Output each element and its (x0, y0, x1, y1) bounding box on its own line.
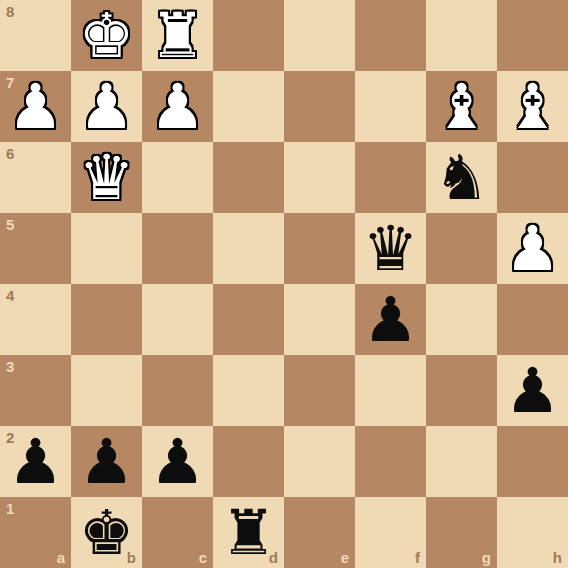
square-h7[interactable]: ♝ (497, 71, 568, 142)
file-label-a: a (57, 549, 65, 566)
square-f5[interactable]: ♛ (355, 213, 426, 284)
square-d8[interactable] (213, 0, 284, 71)
square-c5[interactable] (142, 213, 213, 284)
square-f2[interactable] (355, 426, 426, 497)
square-h4[interactable] (497, 284, 568, 355)
square-h2[interactable] (497, 426, 568, 497)
rank-label-4: 4 (6, 287, 14, 304)
square-h5[interactable]: ♟ (497, 213, 568, 284)
square-a8[interactable]: 8 (0, 0, 71, 71)
white-pawn[interactable]: ♟ (142, 71, 213, 142)
white-pawn[interactable]: ♟ (71, 71, 142, 142)
file-label-g: g (482, 549, 491, 566)
black-pawn[interactable]: ♟ (355, 284, 426, 355)
square-a2[interactable]: 2♟ (0, 426, 71, 497)
white-queen[interactable]: ♛ (71, 142, 142, 213)
rank-label-5: 5 (6, 216, 14, 233)
rank-label-3: 3 (6, 358, 14, 375)
square-e2[interactable] (284, 426, 355, 497)
square-d1[interactable]: d♜ (213, 497, 284, 568)
square-h3[interactable]: ♟ (497, 355, 568, 426)
square-a1[interactable]: 1a (0, 497, 71, 568)
square-a5[interactable]: 5 (0, 213, 71, 284)
square-b7[interactable]: ♟ (71, 71, 142, 142)
square-b6[interactable]: ♛ (71, 142, 142, 213)
file-label-f: f (415, 549, 420, 566)
square-e4[interactable] (284, 284, 355, 355)
square-c6[interactable] (142, 142, 213, 213)
square-f8[interactable] (355, 0, 426, 71)
square-c4[interactable] (142, 284, 213, 355)
square-h6[interactable] (497, 142, 568, 213)
square-e7[interactable] (284, 71, 355, 142)
file-label-e: e (341, 549, 349, 566)
square-d4[interactable] (213, 284, 284, 355)
square-g3[interactable] (426, 355, 497, 426)
black-pawn[interactable]: ♟ (71, 426, 142, 497)
rank-label-1: 1 (6, 500, 14, 517)
white-pawn[interactable]: ♟ (0, 71, 71, 142)
square-e1[interactable]: e (284, 497, 355, 568)
square-b4[interactable] (71, 284, 142, 355)
file-label-h: h (553, 549, 562, 566)
black-pawn[interactable]: ♟ (0, 426, 71, 497)
square-a4[interactable]: 4 (0, 284, 71, 355)
square-g6[interactable]: ♞ (426, 142, 497, 213)
square-d3[interactable] (213, 355, 284, 426)
black-rook[interactable]: ♜ (213, 497, 284, 568)
square-g5[interactable] (426, 213, 497, 284)
black-knight[interactable]: ♞ (426, 142, 497, 213)
rank-label-8: 8 (6, 3, 14, 20)
square-c3[interactable] (142, 355, 213, 426)
square-a3[interactable]: 3 (0, 355, 71, 426)
square-d2[interactable] (213, 426, 284, 497)
white-king[interactable]: ♚ (71, 0, 142, 71)
square-e8[interactable] (284, 0, 355, 71)
square-e5[interactable] (284, 213, 355, 284)
square-c2[interactable]: ♟ (142, 426, 213, 497)
square-c7[interactable]: ♟ (142, 71, 213, 142)
black-pawn[interactable]: ♟ (497, 355, 568, 426)
white-rook[interactable]: ♜ (142, 0, 213, 71)
square-g4[interactable] (426, 284, 497, 355)
black-queen[interactable]: ♛ (355, 213, 426, 284)
black-king[interactable]: ♚ (71, 497, 142, 568)
square-b3[interactable] (71, 355, 142, 426)
square-g7[interactable]: ♝ (426, 71, 497, 142)
square-f6[interactable] (355, 142, 426, 213)
square-g1[interactable]: g (426, 497, 497, 568)
square-f3[interactable] (355, 355, 426, 426)
square-e6[interactable] (284, 142, 355, 213)
square-b1[interactable]: b♚ (71, 497, 142, 568)
square-c1[interactable]: c (142, 497, 213, 568)
white-bishop[interactable]: ♝ (497, 71, 568, 142)
square-d6[interactable] (213, 142, 284, 213)
square-e3[interactable] (284, 355, 355, 426)
rank-label-6: 6 (6, 145, 14, 162)
square-g8[interactable] (426, 0, 497, 71)
white-bishop[interactable]: ♝ (426, 71, 497, 142)
square-h1[interactable]: h (497, 497, 568, 568)
square-b5[interactable] (71, 213, 142, 284)
square-b2[interactable]: ♟ (71, 426, 142, 497)
black-pawn[interactable]: ♟ (142, 426, 213, 497)
square-f1[interactable]: f (355, 497, 426, 568)
square-f4[interactable]: ♟ (355, 284, 426, 355)
chess-board: 8♚♜7♟♟♟♝♝6♛♞5♛♟4♟3♟2♟♟♟1ab♚cd♜efgh (0, 0, 568, 568)
white-pawn[interactable]: ♟ (497, 213, 568, 284)
square-a7[interactable]: 7♟ (0, 71, 71, 142)
square-f7[interactable] (355, 71, 426, 142)
square-a6[interactable]: 6 (0, 142, 71, 213)
square-h8[interactable] (497, 0, 568, 71)
file-label-c: c (199, 549, 207, 566)
square-c8[interactable]: ♜ (142, 0, 213, 71)
square-d5[interactable] (213, 213, 284, 284)
square-g2[interactable] (426, 426, 497, 497)
square-b8[interactable]: ♚ (71, 0, 142, 71)
square-d7[interactable] (213, 71, 284, 142)
